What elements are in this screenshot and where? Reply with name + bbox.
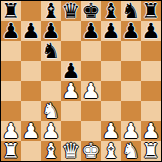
square-c8[interactable]: ♝ — [41, 1, 61, 21]
square-g8[interactable]: ♞ — [121, 1, 141, 21]
square-b2[interactable]: ♟ — [21, 121, 41, 141]
white-pawn-piece[interactable]: ♟ — [62, 81, 81, 101]
square-h6[interactable] — [141, 41, 161, 61]
white-rook-piece[interactable]: ♜ — [2, 141, 21, 161]
square-b5[interactable] — [21, 61, 41, 81]
square-d3[interactable] — [61, 101, 81, 121]
white-bishop-piece[interactable]: ♝ — [102, 141, 121, 161]
square-c1[interactable]: ♝ — [41, 141, 61, 161]
black-knight-piece[interactable]: ♞ — [42, 41, 61, 61]
square-e3[interactable] — [81, 101, 101, 121]
black-king-piece[interactable]: ♚ — [82, 1, 101, 21]
black-pawn-piece[interactable]: ♟ — [2, 21, 21, 41]
square-f2[interactable]: ♟ — [101, 121, 121, 141]
square-b4[interactable] — [21, 81, 41, 101]
square-g2[interactable]: ♟ — [121, 121, 141, 141]
square-c2[interactable]: ♟ — [41, 121, 61, 141]
black-pawn-piece[interactable]: ♟ — [42, 21, 61, 41]
black-pawn-piece[interactable]: ♟ — [122, 21, 141, 41]
chess-board: ♜♝♛♚♝♞♜♟♟♟♟♟♟♟♞♟♟♟♞♟♟♟♟♟♟♜♝♛♚♝♞♜ — [0, 0, 162, 162]
white-pawn-piece[interactable]: ♟ — [42, 121, 61, 141]
square-b7[interactable]: ♟ — [21, 21, 41, 41]
square-e6[interactable] — [81, 41, 101, 61]
square-f4[interactable] — [101, 81, 121, 101]
square-f1[interactable]: ♝ — [101, 141, 121, 161]
square-g5[interactable] — [121, 61, 141, 81]
black-pawn-piece[interactable]: ♟ — [102, 21, 121, 41]
square-g3[interactable] — [121, 101, 141, 121]
white-king-piece[interactable]: ♚ — [82, 141, 101, 161]
square-e4[interactable]: ♟ — [81, 81, 101, 101]
square-d4[interactable]: ♟ — [61, 81, 81, 101]
black-rook-piece[interactable]: ♜ — [2, 1, 21, 21]
white-knight-piece[interactable]: ♞ — [42, 101, 61, 121]
black-pawn-piece[interactable]: ♟ — [62, 61, 81, 81]
square-a2[interactable]: ♟ — [1, 121, 21, 141]
white-queen-piece[interactable]: ♛ — [62, 141, 81, 161]
square-e8[interactable]: ♚ — [81, 1, 101, 21]
square-a6[interactable] — [1, 41, 21, 61]
square-f3[interactable] — [101, 101, 121, 121]
black-pawn-piece[interactable]: ♟ — [22, 21, 41, 41]
square-a7[interactable]: ♟ — [1, 21, 21, 41]
square-e2[interactable] — [81, 121, 101, 141]
white-pawn-piece[interactable]: ♟ — [82, 81, 101, 101]
square-f6[interactable] — [101, 41, 121, 61]
white-bishop-piece[interactable]: ♝ — [42, 141, 61, 161]
square-b8[interactable] — [21, 1, 41, 21]
black-pawn-piece[interactable]: ♟ — [142, 21, 161, 41]
white-pawn-piece[interactable]: ♟ — [102, 121, 121, 141]
square-b1[interactable] — [21, 141, 41, 161]
square-c6[interactable]: ♞ — [41, 41, 61, 61]
square-h5[interactable] — [141, 61, 161, 81]
black-pawn-piece[interactable]: ♟ — [82, 21, 101, 41]
square-g4[interactable] — [121, 81, 141, 101]
black-queen-piece[interactable]: ♛ — [62, 1, 81, 21]
square-a1[interactable]: ♜ — [1, 141, 21, 161]
square-e5[interactable] — [81, 61, 101, 81]
square-d6[interactable] — [61, 41, 81, 61]
square-f5[interactable] — [101, 61, 121, 81]
square-h4[interactable] — [141, 81, 161, 101]
square-b6[interactable] — [21, 41, 41, 61]
white-pawn-piece[interactable]: ♟ — [122, 121, 141, 141]
white-pawn-piece[interactable]: ♟ — [22, 121, 41, 141]
square-c4[interactable] — [41, 81, 61, 101]
square-d7[interactable] — [61, 21, 81, 41]
square-h7[interactable]: ♟ — [141, 21, 161, 41]
square-c3[interactable]: ♞ — [41, 101, 61, 121]
square-g7[interactable]: ♟ — [121, 21, 141, 41]
square-c7[interactable]: ♟ — [41, 21, 61, 41]
black-bishop-piece[interactable]: ♝ — [102, 1, 121, 21]
square-h3[interactable] — [141, 101, 161, 121]
white-pawn-piece[interactable]: ♟ — [142, 121, 161, 141]
square-f7[interactable]: ♟ — [101, 21, 121, 41]
square-a8[interactable]: ♜ — [1, 1, 21, 21]
square-b3[interactable] — [21, 101, 41, 121]
square-e7[interactable]: ♟ — [81, 21, 101, 41]
black-knight-piece[interactable]: ♞ — [122, 1, 141, 21]
black-bishop-piece[interactable]: ♝ — [42, 1, 61, 21]
black-rook-piece[interactable]: ♜ — [142, 1, 161, 21]
white-knight-piece[interactable]: ♞ — [122, 141, 141, 161]
square-g6[interactable] — [121, 41, 141, 61]
square-a3[interactable] — [1, 101, 21, 121]
square-d1[interactable]: ♛ — [61, 141, 81, 161]
square-h1[interactable]: ♜ — [141, 141, 161, 161]
square-a4[interactable] — [1, 81, 21, 101]
square-e1[interactable]: ♚ — [81, 141, 101, 161]
square-d2[interactable] — [61, 121, 81, 141]
square-h8[interactable]: ♜ — [141, 1, 161, 21]
square-d5[interactable]: ♟ — [61, 61, 81, 81]
square-c5[interactable] — [41, 61, 61, 81]
square-f8[interactable]: ♝ — [101, 1, 121, 21]
square-g1[interactable]: ♞ — [121, 141, 141, 161]
square-h2[interactable]: ♟ — [141, 121, 161, 141]
white-rook-piece[interactable]: ♜ — [142, 141, 161, 161]
square-a5[interactable] — [1, 61, 21, 81]
square-d8[interactable]: ♛ — [61, 1, 81, 21]
white-pawn-piece[interactable]: ♟ — [2, 121, 21, 141]
